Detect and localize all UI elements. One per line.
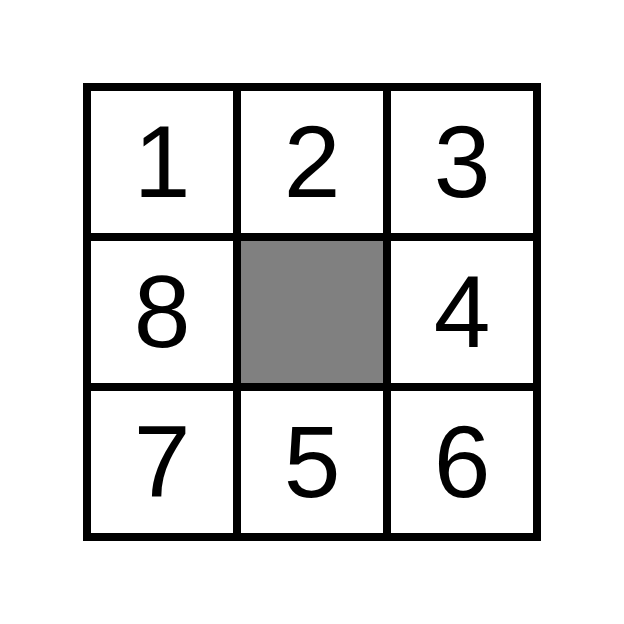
tile-3[interactable]: 3 (391, 91, 533, 233)
tile-6[interactable]: 6 (391, 391, 533, 533)
tile-1[interactable]: 1 (91, 91, 233, 233)
tile-2[interactable]: 2 (241, 91, 383, 233)
blank-cell (241, 241, 383, 383)
tile-8[interactable]: 8 (91, 241, 233, 383)
tile-5[interactable]: 5 (241, 391, 383, 533)
tile-4[interactable]: 4 (391, 241, 533, 383)
tile-7[interactable]: 7 (91, 391, 233, 533)
puzzle-board: 1 2 3 8 4 7 5 6 (83, 83, 541, 541)
